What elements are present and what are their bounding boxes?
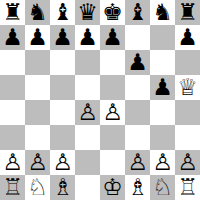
square-e5[interactable]: [100, 75, 125, 100]
square-f8[interactable]: ♝: [125, 0, 150, 25]
square-f3[interactable]: [125, 125, 150, 150]
square-b7[interactable]: ♟: [25, 25, 50, 50]
white-rook-icon: ♖: [177, 175, 198, 200]
white-bishop-icon: ♗: [52, 175, 73, 200]
square-e1[interactable]: ♔: [100, 175, 125, 200]
square-f1[interactable]: ♗: [125, 175, 150, 200]
chess-board: ♜♞♝♛♚♝♞♜♟♟♟♟♟♟♟♟♕♙♙♙♙♙♙♙♙♖♘♗♔♗♘♖: [0, 0, 200, 200]
square-c7[interactable]: ♟: [50, 25, 75, 50]
square-d5[interactable]: [75, 75, 100, 100]
square-b4[interactable]: [25, 100, 50, 125]
white-pawn-icon: ♙: [177, 150, 198, 175]
square-g3[interactable]: [150, 125, 175, 150]
square-g6[interactable]: [150, 50, 175, 75]
square-d6[interactable]: [75, 50, 100, 75]
square-a8[interactable]: ♜: [0, 0, 25, 25]
square-b1[interactable]: ♘: [25, 175, 50, 200]
black-bishop-icon: ♝: [127, 0, 148, 25]
square-d8[interactable]: ♛: [75, 0, 100, 25]
black-pawn-icon: ♟: [27, 25, 48, 50]
square-a3[interactable]: [0, 125, 25, 150]
square-d3[interactable]: [75, 125, 100, 150]
square-e8[interactable]: ♚: [100, 0, 125, 25]
square-c1[interactable]: ♗: [50, 175, 75, 200]
square-a1[interactable]: ♖: [0, 175, 25, 200]
black-pawn-icon: ♟: [52, 25, 73, 50]
black-queen-icon: ♛: [77, 0, 98, 25]
white-pawn-icon: ♙: [77, 100, 98, 125]
square-g5[interactable]: ♟: [150, 75, 175, 100]
square-g1[interactable]: ♘: [150, 175, 175, 200]
white-queen-icon: ♕: [177, 75, 198, 100]
square-a7[interactable]: ♟: [0, 25, 25, 50]
white-pawn-icon: ♙: [152, 150, 173, 175]
white-pawn-icon: ♙: [2, 150, 23, 175]
square-f5[interactable]: [125, 75, 150, 100]
square-b5[interactable]: [25, 75, 50, 100]
square-c6[interactable]: [50, 50, 75, 75]
square-d1[interactable]: [75, 175, 100, 200]
square-d7[interactable]: ♟: [75, 25, 100, 50]
square-g7[interactable]: [150, 25, 175, 50]
square-a5[interactable]: [0, 75, 25, 100]
black-pawn-icon: ♟: [102, 25, 123, 50]
white-king-icon: ♔: [102, 175, 123, 200]
white-pawn-icon: ♙: [102, 100, 123, 125]
square-a6[interactable]: [0, 50, 25, 75]
black-pawn-icon: ♟: [177, 25, 198, 50]
square-c2[interactable]: ♙: [50, 150, 75, 175]
square-e7[interactable]: ♟: [100, 25, 125, 50]
square-f2[interactable]: ♙: [125, 150, 150, 175]
square-a4[interactable]: [0, 100, 25, 125]
black-pawn-icon: ♟: [152, 75, 173, 100]
square-b6[interactable]: [25, 50, 50, 75]
square-d2[interactable]: [75, 150, 100, 175]
square-h7[interactable]: ♟: [175, 25, 200, 50]
square-h2[interactable]: ♙: [175, 150, 200, 175]
black-knight-icon: ♞: [152, 0, 173, 25]
white-bishop-icon: ♗: [127, 175, 148, 200]
black-pawn-icon: ♟: [77, 25, 98, 50]
black-bishop-icon: ♝: [52, 0, 73, 25]
square-b2[interactable]: ♙: [25, 150, 50, 175]
square-c3[interactable]: [50, 125, 75, 150]
square-g2[interactable]: ♙: [150, 150, 175, 175]
white-pawn-icon: ♙: [52, 150, 73, 175]
square-e3[interactable]: [100, 125, 125, 150]
white-pawn-icon: ♙: [27, 150, 48, 175]
square-d4[interactable]: ♙: [75, 100, 100, 125]
square-f7[interactable]: [125, 25, 150, 50]
square-e4[interactable]: ♙: [100, 100, 125, 125]
square-h3[interactable]: [175, 125, 200, 150]
square-g4[interactable]: [150, 100, 175, 125]
square-h8[interactable]: ♜: [175, 0, 200, 25]
white-pawn-icon: ♙: [127, 150, 148, 175]
square-c8[interactable]: ♝: [50, 0, 75, 25]
black-pawn-icon: ♟: [127, 50, 148, 75]
square-b3[interactable]: [25, 125, 50, 150]
square-e2[interactable]: [100, 150, 125, 175]
square-c5[interactable]: [50, 75, 75, 100]
white-knight-icon: ♘: [27, 175, 48, 200]
black-king-icon: ♚: [102, 0, 123, 25]
white-knight-icon: ♘: [152, 175, 173, 200]
square-h6[interactable]: [175, 50, 200, 75]
black-pawn-icon: ♟: [2, 25, 23, 50]
square-h4[interactable]: [175, 100, 200, 125]
black-rook-icon: ♜: [2, 0, 23, 25]
black-rook-icon: ♜: [177, 0, 198, 25]
square-f4[interactable]: [125, 100, 150, 125]
black-knight-icon: ♞: [27, 0, 48, 25]
square-e6[interactable]: [100, 50, 125, 75]
square-h5[interactable]: ♕: [175, 75, 200, 100]
square-b8[interactable]: ♞: [25, 0, 50, 25]
square-a2[interactable]: ♙: [0, 150, 25, 175]
square-c4[interactable]: [50, 100, 75, 125]
square-g8[interactable]: ♞: [150, 0, 175, 25]
white-rook-icon: ♖: [2, 175, 23, 200]
square-h1[interactable]: ♖: [175, 175, 200, 200]
square-f6[interactable]: ♟: [125, 50, 150, 75]
